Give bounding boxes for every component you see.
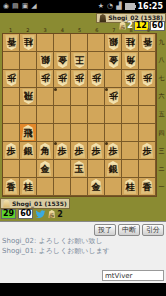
board-cell[interactable]: [71, 124, 88, 142]
board-cell[interactable]: 桂: [20, 34, 37, 52]
battery-icon: [125, 3, 135, 10]
game-buttons: 投了 中断 引分: [94, 224, 164, 236]
board-cell[interactable]: [54, 178, 71, 196]
board-cell[interactable]: [139, 88, 156, 106]
rank-label: 二: [157, 161, 166, 179]
hoshi-dot: [54, 142, 57, 145]
bottom-clock-main: 29: [1, 209, 16, 219]
rank-label: 五: [157, 106, 166, 124]
piece-金[interactable]: 金: [90, 179, 103, 194]
piece-歩[interactable]: 歩: [124, 71, 137, 86]
piece-歩[interactable]: 歩: [90, 71, 103, 86]
piece-歩[interactable]: 歩: [141, 143, 154, 158]
board-cell[interactable]: [37, 178, 54, 196]
rank-label: 六: [157, 88, 166, 106]
status-time: 16:25: [138, 2, 163, 11]
piece-銀[interactable]: 銀: [107, 35, 120, 50]
board-cell[interactable]: 玉: [71, 160, 88, 178]
board-cell[interactable]: 歩: [54, 70, 71, 88]
piece-香[interactable]: 香: [5, 179, 18, 194]
sente-piece-icon: [99, 14, 106, 22]
board-cell[interactable]: 歩: [105, 88, 122, 106]
board-cell[interactable]: [105, 178, 122, 196]
star-icon: ★: [98, 0, 104, 13]
board-cell[interactable]: 金: [54, 52, 71, 70]
piece-香[interactable]: 香: [141, 179, 154, 194]
adjourn-button[interactable]: 中断: [118, 224, 140, 236]
board-cell[interactable]: [54, 106, 71, 124]
chat-message: Shogi_01: よろしくお願いします: [0, 246, 166, 256]
captured-pawn-icon-bottom[interactable]: 歩: [48, 210, 55, 218]
board-cell[interactable]: 桂: [122, 34, 139, 52]
sd-card-icon: ▤: [12, 0, 19, 13]
hoshi-dot: [54, 88, 57, 91]
board-cell[interactable]: [20, 52, 37, 70]
piece-角[interactable]: 角: [124, 53, 137, 68]
rank-label: 七: [157, 69, 166, 87]
board-cell[interactable]: [122, 124, 139, 142]
piece-王[interactable]: 王: [73, 53, 86, 68]
board-cell[interactable]: 歩: [139, 70, 156, 88]
rank-labels: 九八七六五四三二一: [157, 33, 166, 197]
twitter-icon[interactable]: [35, 210, 46, 219]
bottom-player-nameplate: Shogi_01 (1535): [0, 198, 70, 209]
board-cell[interactable]: 銀: [20, 142, 37, 160]
rank-label: 三: [157, 142, 166, 160]
board-cell[interactable]: [88, 106, 105, 124]
resign-button[interactable]: 投了: [94, 224, 116, 236]
board-cell[interactable]: [71, 106, 88, 124]
chat-input[interactable]: mtViver: [102, 270, 164, 281]
board-cell[interactable]: [139, 52, 156, 70]
board-cell[interactable]: [88, 160, 105, 178]
piece-飛[interactable]: 飛: [22, 89, 35, 104]
board-cell[interactable]: 金: [88, 178, 105, 196]
bottom-player-name: Shogi_01 (1535): [12, 199, 67, 208]
bottom-clock-row: 29 60 歩 2: [1, 209, 63, 219]
board-cell[interactable]: [54, 160, 71, 178]
board-cell[interactable]: [122, 142, 139, 160]
board-cell[interactable]: [54, 88, 71, 106]
board-cell[interactable]: 香: [139, 178, 156, 196]
board-cell[interactable]: [54, 34, 71, 52]
board-cell[interactable]: 銀: [37, 52, 54, 70]
board-cell[interactable]: 歩: [88, 142, 105, 160]
board-cell[interactable]: [20, 70, 37, 88]
piece-歩[interactable]: 歩: [73, 71, 86, 86]
board-cell[interactable]: 桂: [122, 178, 139, 196]
board-cell[interactable]: 金: [105, 52, 122, 70]
bottom-captured-count: 2: [57, 210, 63, 219]
rank-label: 一: [157, 179, 166, 197]
board-cell[interactable]: 香: [3, 34, 20, 52]
board-cell[interactable]: 歩: [88, 70, 105, 88]
piece-歩[interactable]: 歩: [90, 143, 103, 158]
board-cell[interactable]: [3, 124, 20, 142]
piece-香[interactable]: 香: [141, 35, 154, 50]
board-cell[interactable]: [37, 124, 54, 142]
piece-金[interactable]: 金: [107, 53, 120, 68]
piece-歩[interactable]: 歩: [39, 71, 52, 86]
board-cell[interactable]: [54, 124, 71, 142]
board-cell[interactable]: 銀: [105, 160, 122, 178]
board-cell[interactable]: 桂: [20, 178, 37, 196]
board-cell[interactable]: [71, 178, 88, 196]
piece-角[interactable]: 角: [39, 143, 52, 158]
status-bar: ◉ ▤ ▣ ◢ ★ ◔ ▟ 16:25: [0, 0, 166, 13]
board-cell[interactable]: 歩: [3, 142, 20, 160]
piece-歩[interactable]: 歩: [107, 143, 120, 158]
signal-icon: ▟: [116, 0, 121, 13]
piece-桂[interactable]: 桂: [124, 35, 137, 50]
board-cell[interactable]: 飛: [20, 88, 37, 106]
piece-金[interactable]: 金: [39, 161, 52, 176]
piece-桂[interactable]: 桂: [124, 179, 137, 194]
piece-桂[interactable]: 桂: [22, 179, 35, 194]
board-cell[interactable]: [88, 52, 105, 70]
board-cell[interactable]: [88, 124, 105, 142]
board-cell[interactable]: [20, 106, 37, 124]
piece-歩[interactable]: 歩: [141, 71, 154, 86]
rank-label: 四: [157, 124, 166, 142]
board-cell[interactable]: 飛: [20, 124, 37, 142]
board-cell[interactable]: [3, 106, 20, 124]
data-icon: ◔: [107, 0, 113, 13]
hoshi-dot: [105, 88, 108, 91]
rank-label: 八: [157, 51, 166, 69]
draw-button[interactable]: 引分: [142, 224, 164, 236]
piece-歩[interactable]: 歩: [107, 89, 120, 104]
board-cell[interactable]: [139, 124, 156, 142]
board-cell[interactable]: [71, 88, 88, 106]
bottom-clock-seconds: 60: [18, 209, 33, 219]
piece-歩[interactable]: 歩: [73, 143, 86, 158]
board-cell[interactable]: 金: [37, 160, 54, 178]
board-cell[interactable]: 歩: [37, 70, 54, 88]
piece-飛[interactable]: 飛: [22, 125, 35, 140]
board-cell[interactable]: [139, 106, 156, 124]
piece-歩[interactable]: 歩: [5, 71, 18, 86]
piece-歩[interactable]: 歩: [5, 143, 18, 158]
gote-piece-icon: [3, 200, 10, 208]
board-cell[interactable]: [3, 52, 20, 70]
board-cell[interactable]: [71, 34, 88, 52]
board-cell[interactable]: 歩: [54, 142, 71, 160]
board-cell[interactable]: [88, 34, 105, 52]
board-cell[interactable]: 歩: [3, 70, 20, 88]
board-cell[interactable]: [20, 160, 37, 178]
android-nav-bar: [0, 283, 166, 296]
board-cell[interactable]: [3, 160, 20, 178]
camera-icon: ◉: [3, 0, 9, 13]
piece-桂[interactable]: 桂: [22, 35, 35, 50]
rank-label: 九: [157, 33, 166, 51]
board-cell[interactable]: [122, 160, 139, 178]
board-cell[interactable]: [139, 160, 156, 178]
board-cell[interactable]: [105, 70, 122, 88]
piece-歩[interactable]: 歩: [56, 71, 69, 86]
piece-金[interactable]: 金: [56, 53, 69, 68]
piece-銀[interactable]: 銀: [107, 161, 120, 176]
wifi-icon: ◢: [31, 0, 36, 13]
board-cell[interactable]: 歩: [105, 142, 122, 160]
board-cell[interactable]: 香: [139, 34, 156, 52]
board-cell[interactable]: 歩: [122, 70, 139, 88]
board-cell[interactable]: [3, 88, 20, 106]
board-cell[interactable]: [37, 34, 54, 52]
piece-銀[interactable]: 銀: [22, 143, 35, 158]
board-cell[interactable]: 歩: [139, 142, 156, 160]
board-cell[interactable]: [88, 88, 105, 106]
board-cell[interactable]: [122, 106, 139, 124]
board-cell[interactable]: 王: [71, 52, 88, 70]
board-cell[interactable]: 歩: [71, 70, 88, 88]
piece-銀[interactable]: 銀: [39, 53, 52, 68]
top-player-info: Shogi_02 (1538) 歩 2 12 60: [0, 13, 166, 28]
chat-panel: 投了 中断 引分 Shogi_02: よろしくお願い致し Shogi_01: よ…: [0, 221, 166, 283]
board-cell[interactable]: [37, 88, 54, 106]
shogi-app-screen: ◉ ▤ ▣ ◢ ★ ◔ ▟ 16:25 Shogi_02 (1538) 歩 2 …: [0, 0, 166, 296]
board-cell[interactable]: 香: [3, 178, 20, 196]
board-cell[interactable]: 歩: [71, 142, 88, 160]
board-cell[interactable]: [105, 106, 122, 124]
gallery-icon: ▣: [22, 0, 29, 13]
board-cell[interactable]: [37, 106, 54, 124]
shogi-board[interactable]: 香桂銀桂香銀金王金角歩歩歩歩歩歩歩飛歩飛歩銀角歩歩歩歩歩金玉銀香桂金桂香: [2, 33, 157, 197]
piece-玉[interactable]: 玉: [73, 161, 86, 176]
board-cell[interactable]: 銀: [105, 34, 122, 52]
piece-香[interactable]: 香: [5, 35, 18, 50]
board-cell[interactable]: [122, 88, 139, 106]
chat-message: Shogi_02: よろしくお願い致し: [0, 236, 166, 246]
piece-歩[interactable]: 歩: [56, 143, 69, 158]
board-cell[interactable]: 角: [122, 52, 139, 70]
board-cell[interactable]: 角: [37, 142, 54, 160]
board-cell[interactable]: [105, 124, 122, 142]
